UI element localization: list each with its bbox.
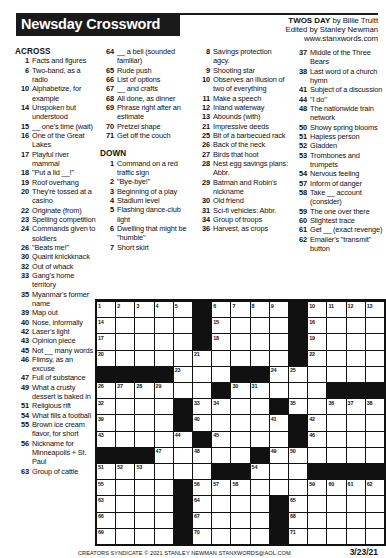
cell-r14c7[interactable] [212,513,230,528]
cell-r8c8[interactable] [231,415,249,430]
cell-r8c12[interactable]: 42 [308,415,326,430]
cell-r14c1[interactable]: 66 [97,513,115,528]
cell-r13c13[interactable] [327,496,345,511]
cell-r5c15[interactable] [366,367,384,382]
cell-r9c9[interactable] [251,432,269,447]
clue-text: __ one's time (wait) [32,122,93,131]
cell-r6c4[interactable]: 29 [155,383,173,398]
cell-r9c2[interactable] [116,432,134,447]
cell-r8c2[interactable] [116,415,134,430]
cell-r14c9[interactable] [251,513,269,528]
clue-text: Take __ account (consider) [310,188,362,206]
cell-r1c5[interactable]: 5 [174,302,192,317]
cell-r14c6[interactable]: 67 [193,513,211,528]
clue-number: 50 [293,123,307,132]
cell-r10c14[interactable] [347,448,365,463]
cell-r7c13[interactable]: 36 [327,399,345,414]
cell-r1c1[interactable]: 1 [97,302,115,317]
cell-r8c7[interactable] [212,415,230,430]
cell-r2c15[interactable] [366,318,384,333]
cell-r4c10[interactable] [270,351,288,366]
clue-text: __ and crafts [117,84,158,93]
cell-r9c1[interactable]: 43 [97,432,115,447]
cell-r14c3[interactable] [135,513,153,528]
cell-r8c14[interactable] [347,415,365,430]
clue-down-30: 30Old friend [196,196,289,205]
cell-r11c11[interactable] [289,464,307,479]
down-header: DOWN [100,149,194,158]
clue-across-64: 64__ a bell (sounded familiar) [100,47,194,66]
clue-number: 2 [100,177,114,186]
clue-text: Flimsy, as an excuse [32,355,73,373]
puzzle-name: TWOS DAY [288,16,330,25]
cell-r3c5[interactable] [174,334,192,349]
cell-r3c15[interactable] [366,334,384,349]
cell-r2c12[interactable]: 16 [308,318,326,333]
clue-across-1: 1Facts and figures [15,56,97,65]
clue-text: Get off the couch [117,131,171,140]
cell-r6c1[interactable]: 26 [97,383,115,398]
cell-r11c1[interactable]: 51 [97,464,115,479]
cell-number-57: 57 [213,481,219,487]
cell-r6c9[interactable]: 31 [251,383,269,398]
cell-number-24: 24 [271,367,277,373]
clue-number: 61 [293,225,307,234]
cell-number-60: 60 [328,481,334,487]
clue-number: 37 [293,48,307,57]
cell-r13c1[interactable]: 63 [97,496,115,511]
cell-r10c13[interactable] [327,448,345,463]
cell-r4c6[interactable]: 21 [193,351,211,366]
clue-text: Nickname for Minneapolis + St. Paul [32,439,86,467]
cell-r4c12[interactable]: 22 [308,351,326,366]
cell-number-52: 52 [117,464,123,470]
cell-r12c12[interactable]: 59 [308,480,326,495]
cell-number-29: 29 [156,383,162,389]
clue-number: 39 [15,308,29,317]
cell-number-33: 33 [194,400,200,406]
black-cell-r7c5 [174,399,192,414]
cell-r2c1[interactable]: 14 [97,318,115,333]
cell-r4c8[interactable] [231,351,249,366]
puzzle-credits: TWOS DAY by Billie Truitt Edited by Stan… [178,16,378,43]
down-clues-3: 37Middle of the Three Bears38Last word o… [293,48,385,253]
cell-r5c6[interactable] [193,367,211,382]
cell-r10c10[interactable]: 49 [270,448,288,463]
cell-r9c13[interactable] [327,432,345,447]
clue-text: Sci-fi vehicles: Abbr. [213,206,276,215]
cell-r11c6[interactable] [193,464,211,479]
clue-column-3: 8Savings protection agcy.9Shooting star1… [196,47,289,234]
cell-r13c11[interactable]: 65 [289,496,307,511]
cell-r1c4[interactable]: 4 [155,302,173,317]
cell-r1c10[interactable]: 9 [270,302,288,317]
black-cell-r5c8 [231,367,249,382]
cell-r9c15[interactable] [366,432,384,447]
cell-r12c14[interactable]: 61 [347,480,365,495]
across-clues-1: 1Facts and figures6Two-band, as a radio1… [15,56,97,476]
cell-r2c2[interactable] [116,318,134,333]
cell-number-19: 19 [309,335,315,341]
cell-r8c6[interactable]: 40 [193,415,211,430]
cell-number-4: 4 [156,303,159,309]
cell-r8c4[interactable] [155,415,173,430]
cell-r10c12[interactable] [308,448,326,463]
cell-r11c3[interactable]: 53 [135,464,153,479]
cell-r4c14[interactable] [347,351,365,366]
cell-r14c14[interactable] [347,513,365,528]
cell-r13c6[interactable]: 64 [193,496,211,511]
cell-r3c7[interactable]: 18 [212,334,230,349]
cell-r4c5[interactable] [174,351,192,366]
clue-number: 51 [293,132,307,141]
cell-number-42: 42 [309,416,315,422]
clue-across-69: 69Phrase right after an estimate [100,103,194,122]
cell-r15c9[interactable] [251,529,269,544]
page-title: Newsday Crossword [16,13,180,36]
cell-r3c2[interactable] [116,334,134,349]
black-cell-r1c6 [193,302,211,317]
black-cell-r11c14 [347,464,365,479]
clue-across-71: 71Get off the couch [100,131,194,140]
cell-r15c2[interactable] [116,529,134,544]
clue-text: Opinion piece [32,336,75,345]
cell-r1c12[interactable]: 10 [308,302,326,317]
cell-r6c11[interactable] [289,383,307,398]
cell-r2c3[interactable] [135,318,153,333]
cell-r8c13[interactable] [327,415,345,430]
cell-r8c9[interactable] [251,415,269,430]
clue-text: Middle of the Three Bears [310,48,371,66]
cell-r7c14[interactable]: 37 [347,399,365,414]
cell-r14c2[interactable] [116,513,134,528]
cell-r12c13[interactable]: 60 [327,480,345,495]
cell-r6c5[interactable] [174,383,192,398]
clue-number: 7 [100,243,114,252]
clue-number: 1 [15,56,29,65]
clue-down-21: 21Impressive deeds [196,122,289,131]
clue-text: "Put a lid __!" [32,168,74,177]
clue-column-1: ACROSS 1Facts and figures6Two-band, as a… [15,47,97,476]
cell-r3c1[interactable]: 17 [97,334,115,349]
clue-across-35: 35Myanmar's former name [15,290,97,309]
cell-r2c5[interactable] [174,318,192,333]
cell-r8c15[interactable] [366,415,384,430]
clue-text: Impressive deeds [213,122,269,131]
cell-r13c3[interactable] [135,496,153,511]
cell-r14c8[interactable] [231,513,249,528]
black-cell-r10c3 [135,448,153,463]
clue-across-54: 54What fills a football [15,411,97,420]
cell-r7c7[interactable]: 34 [212,399,230,414]
cell-r4c2[interactable] [116,351,134,366]
cell-r3c9[interactable] [251,334,269,349]
cell-r15c8[interactable] [231,529,249,544]
clue-number: 25 [196,131,210,140]
cell-number-30: 30 [232,383,238,389]
cell-r13c4[interactable] [155,496,173,511]
cell-r14c15[interactable] [366,513,384,528]
cell-r3c14[interactable] [347,334,365,349]
cell-r7c3[interactable] [135,399,153,414]
cell-r9c4[interactable] [155,432,173,447]
cell-r3c3[interactable] [135,334,153,349]
cell-r6c6[interactable] [193,383,211,398]
cell-r2c14[interactable] [347,318,365,333]
clue-text: Quaint knickknack [32,252,90,261]
cell-number-18: 18 [213,335,219,341]
cell-r10c8[interactable] [231,448,249,463]
clue-number: 19 [15,178,29,187]
clue-text: Brown ice cream flavor, for short [32,420,85,438]
cell-r13c2[interactable] [116,496,134,511]
clue-number: 1 [100,159,114,168]
cell-r5c12[interactable] [308,367,326,382]
cell-r15c11[interactable]: 71 [289,529,307,544]
cell-r14c4[interactable] [155,513,173,528]
cell-r9c3[interactable] [135,432,153,447]
cell-r5c5[interactable]: 23 [174,367,192,382]
black-cell-r9c6 [193,432,211,447]
black-cell-r1c11 [289,302,307,317]
cell-r1c15[interactable]: 13 [366,302,384,317]
clue-number: 26 [15,243,29,252]
cell-r6c2[interactable]: 27 [116,383,134,398]
cell-r12c8[interactable]: 58 [231,480,249,495]
cell-r7c11[interactable]: 35 [289,399,307,414]
cell-r1c13[interactable]: 11 [327,302,345,317]
cell-r15c15[interactable] [366,529,384,544]
cell-r7c6[interactable]: 33 [193,399,211,414]
cell-r7c12[interactable] [308,399,326,414]
cell-r11c9[interactable]: 54 [251,464,269,479]
cell-r12c10[interactable] [270,480,288,495]
cell-r9c7[interactable]: 45 [212,432,230,447]
cell-r9c5[interactable]: 44 [174,432,192,447]
clue-number: 46 [15,355,29,364]
cell-r2c7[interactable]: 15 [212,318,230,333]
clue-number: 4 [100,196,114,205]
cell-r9c8[interactable] [231,432,249,447]
cell-r3c10[interactable] [270,334,288,349]
clue-text: Phrase right after an estimate [117,103,181,121]
cell-number-12: 12 [348,303,354,309]
clue-down-50: 50Showy spring blooms [293,123,385,132]
cell-r15c13[interactable] [327,529,345,544]
clue-text: Flashing dance-club light [117,205,181,223]
cell-r12c2[interactable] [116,480,134,495]
cell-r15c4[interactable] [155,529,173,544]
cell-r3c8[interactable] [231,334,249,349]
clue-number: 41 [293,85,307,94]
cell-r12c7[interactable]: 57 [212,480,230,495]
cell-r11c5[interactable] [174,464,192,479]
clue-number: 15 [15,122,29,131]
cell-number-27: 27 [117,383,123,389]
cell-r7c4[interactable] [155,399,173,414]
clue-text: Inland waterway [213,103,264,112]
clue-down-5: 5Flashing dance-club light [100,205,194,224]
clue-across-56: 56Nickname for Minneapolis + St. Paul [15,439,97,467]
black-cell-r5c3 [135,367,153,382]
cell-r12c4[interactable] [155,480,173,495]
cell-r12c6[interactable]: 56 [193,480,211,495]
cell-r2c10[interactable] [270,318,288,333]
cell-number-56: 56 [194,481,200,487]
cell-r1c3[interactable]: 3 [135,302,153,317]
cell-r12c3[interactable] [135,480,153,495]
cell-r14c11[interactable]: 68 [289,513,307,528]
black-cell-r3c11 [289,334,307,349]
cell-r15c14[interactable] [347,529,365,544]
cell-r13c9[interactable] [251,496,269,511]
cell-r6c10[interactable] [270,383,288,398]
cell-r10c7[interactable] [212,448,230,463]
cell-r5c13[interactable] [327,367,345,382]
cell-r7c2[interactable] [116,399,134,414]
cell-r13c7[interactable] [212,496,230,511]
cell-r4c15[interactable] [366,351,384,366]
cell-r7c1[interactable]: 32 [97,399,115,414]
cell-r2c8[interactable] [231,318,249,333]
clue-down-29: 29Batman and Robin's nickname [196,178,289,197]
cell-r7c9[interactable] [251,399,269,414]
black-cell-r11c15 [366,464,384,479]
clue-down-31: 31Sci-fi vehicles: Abbr. [196,206,289,215]
clue-text: Unspoken but understood [32,103,76,121]
cell-r12c1[interactable]: 55 [97,480,115,495]
cell-r10c11[interactable]: 50 [289,448,307,463]
clue-number: 60 [293,216,307,225]
cell-r15c12[interactable] [308,529,326,544]
cell-r6c12[interactable] [308,383,326,398]
cell-r3c4[interactable] [155,334,173,349]
cell-r8c10[interactable]: 41 [270,415,288,430]
cell-r2c13[interactable] [327,318,345,333]
cell-r2c9[interactable] [251,318,269,333]
black-cell-r10c1 [97,448,115,463]
clue-number: 65 [100,66,114,75]
cell-r4c7[interactable] [212,351,230,366]
cell-r15c6[interactable]: 70 [193,529,211,544]
cell-r11c2[interactable]: 52 [116,464,134,479]
cell-r9c12[interactable]: 46 [308,432,326,447]
cell-number-25: 25 [290,367,296,373]
cell-r1c14[interactable]: 12 [347,302,365,317]
cell-r13c12[interactable] [308,496,326,511]
puzzle-editor: Edited by Stanley Newman [178,25,378,34]
clue-across-20: 20They're tossed at a casino [15,187,97,206]
clue-down-54: 54Nervous feeling [293,169,385,178]
clue-number: 6 [15,66,29,75]
clue-across-18: 18"Put a lid __!" [15,168,97,177]
cell-number-10: 10 [309,303,315,309]
cell-r12c15[interactable]: 62 [366,480,384,495]
clue-down-44: 44"I do" [293,95,385,104]
cell-r2c4[interactable] [155,318,173,333]
cell-r14c13[interactable] [327,513,345,528]
cell-r5c10[interactable]: 24 [270,367,288,382]
cell-r5c14[interactable] [347,367,365,382]
cell-r1c7[interactable]: 6 [212,302,230,317]
black-cell-r8c11 [289,415,307,430]
cell-r10c6[interactable]: 48 [193,448,211,463]
black-cell-r2c6 [193,318,211,333]
cell-number-48: 48 [194,448,200,454]
cell-r1c2[interactable]: 2 [116,302,134,317]
cell-number-45: 45 [213,432,219,438]
clue-text: Group of cattle [32,467,78,476]
cell-r11c4[interactable] [155,464,173,479]
cell-r6c8[interactable]: 30 [231,383,249,398]
puzzle-name-line: TWOS DAY by Billie Truitt [178,16,378,25]
cell-r15c1[interactable]: 69 [97,529,115,544]
cell-r9c10[interactable] [270,432,288,447]
cell-r3c12[interactable]: 19 [308,334,326,349]
cell-r8c3[interactable] [135,415,153,430]
clue-number: 21 [196,122,210,131]
clue-text: Shooting star [213,66,255,75]
cell-r5c7[interactable] [212,367,230,382]
cell-r15c3[interactable] [135,529,153,544]
cell-r13c15[interactable] [366,496,384,511]
cell-r11c10[interactable] [270,464,288,479]
clue-across-19: 19Roof overhang [15,178,97,187]
cell-r12c9[interactable] [251,480,269,495]
cell-r8c1[interactable]: 39 [97,415,115,430]
cell-number-71: 71 [290,529,296,535]
cell-r5c11[interactable]: 25 [289,367,307,382]
cell-r6c3[interactable]: 28 [135,383,153,398]
cell-r13c8[interactable] [231,496,249,511]
cell-r3c13[interactable] [327,334,345,349]
clue-text: Savings protection agcy. [213,47,271,65]
clue-number: 23 [15,215,29,224]
cell-r15c7[interactable] [212,529,230,544]
clue-text: Full of substance [32,373,85,382]
cell-r9c14[interactable] [347,432,365,447]
clue-down-7: 7Short skirt [100,243,194,252]
clue-number: 29 [196,178,210,187]
cell-r4c1[interactable]: 20 [97,351,115,366]
cell-r10c15[interactable] [366,448,384,463]
clue-text: Commands given to soldiers [32,224,95,242]
cell-r10c5[interactable] [174,448,192,463]
clue-number: 42 [15,327,29,336]
cell-r7c15[interactable]: 38 [366,399,384,414]
clue-number: 52 [293,141,307,150]
cell-r12c11[interactable] [289,480,307,495]
cell-r14c12[interactable] [308,513,326,528]
clue-number: 17 [15,150,29,159]
clue-down-3: 3Beginning of a play [100,187,194,196]
clue-text: "Bye-bye!" [117,177,150,186]
clue-across-49: 49What a crusty dessert is baked in [15,383,97,402]
cell-r13c14[interactable] [347,496,365,511]
cell-r7c8[interactable] [231,399,249,414]
cell-r4c13[interactable] [327,351,345,366]
clue-across-40: 40Nose, informally [15,318,97,327]
cell-number-32: 32 [98,400,104,406]
cell-r1c8[interactable]: 7 [231,302,249,317]
clue-number: 54 [15,411,29,420]
cell-r1c9[interactable]: 8 [251,302,269,317]
cell-r4c3[interactable] [135,351,153,366]
cell-r4c9[interactable] [251,351,269,366]
cell-r4c4[interactable] [155,351,173,366]
clue-text: Not __ many words [32,346,93,355]
cell-r10c4[interactable]: 47 [155,448,173,463]
